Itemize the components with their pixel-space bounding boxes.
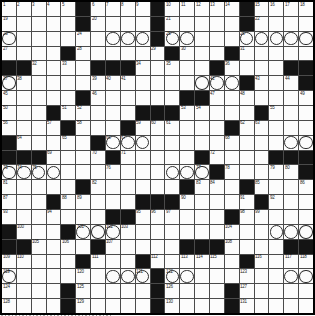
cell-12-18[interactable]: [255, 165, 269, 179]
cell-20-20[interactable]: [284, 284, 298, 298]
cell-13-4[interactable]: [47, 180, 61, 194]
cell-12-11[interactable]: [151, 165, 165, 179]
cell-4-3[interactable]: [32, 47, 46, 61]
cell-13-10[interactable]: [136, 180, 150, 194]
cell-12-9[interactable]: [121, 165, 135, 179]
cell-5-11[interactable]: [151, 61, 165, 75]
cell-18-21[interactable]: 118: [299, 255, 313, 269]
cell-14-7[interactable]: [91, 195, 105, 209]
cell-12-14[interactable]: 77: [195, 165, 209, 179]
cell-1-4[interactable]: 4: [47, 2, 61, 16]
cell-4-8[interactable]: [106, 47, 120, 61]
cell-10-9[interactable]: 67: [121, 136, 135, 150]
cell-21-8[interactable]: [106, 299, 120, 313]
cell-13-1[interactable]: 81: [2, 180, 16, 194]
cell-10-12[interactable]: [165, 136, 179, 150]
cell-14-17[interactable]: 91: [240, 195, 254, 209]
cell-17-6[interactable]: [76, 240, 90, 254]
cell-10-13[interactable]: [180, 136, 194, 150]
cell-19-20[interactable]: [284, 269, 298, 283]
cell-10-14[interactable]: [195, 136, 209, 150]
cell-17-18[interactable]: [255, 240, 269, 254]
cell-9-14[interactable]: [195, 121, 209, 135]
cell-6-4[interactable]: [47, 76, 61, 90]
cell-4-1[interactable]: 27: [2, 47, 16, 61]
cell-10-8[interactable]: 66: [106, 136, 120, 150]
cell-21-10[interactable]: [136, 299, 150, 313]
cell-17-8[interactable]: 107: [106, 240, 120, 254]
cell-9-4[interactable]: 57: [47, 121, 61, 135]
cell-10-4[interactable]: [47, 136, 61, 150]
cell-21-3[interactable]: [32, 299, 46, 313]
cell-15-10[interactable]: 95: [136, 210, 150, 224]
cell-9-7[interactable]: [91, 121, 105, 135]
cell-14-16[interactable]: [225, 195, 239, 209]
cell-18-5[interactable]: [61, 255, 75, 269]
cell-6-20[interactable]: 44: [284, 76, 298, 90]
cell-12-20[interactable]: 80: [284, 165, 298, 179]
cell-21-20[interactable]: [284, 299, 298, 313]
cell-5-12[interactable]: 35: [165, 61, 179, 75]
cell-8-1[interactable]: 50: [2, 106, 16, 120]
cell-9-21[interactable]: [299, 121, 313, 135]
cell-19-2[interactable]: [17, 269, 31, 283]
cell-8-21[interactable]: [299, 106, 313, 120]
cell-3-2[interactable]: [17, 32, 31, 46]
cell-20-2[interactable]: [17, 284, 31, 298]
cell-20-12[interactable]: 126: [165, 284, 179, 298]
cell-6-12[interactable]: [165, 76, 179, 90]
cell-16-9[interactable]: 103: [121, 225, 135, 239]
cell-3-12[interactable]: 25: [165, 32, 179, 46]
cell-9-13[interactable]: [180, 121, 194, 135]
cell-13-16[interactable]: [225, 180, 239, 194]
cell-1-13[interactable]: 11: [180, 2, 194, 16]
cell-19-1[interactable]: 119: [2, 269, 16, 283]
cell-9-11[interactable]: 60: [151, 121, 165, 135]
cell-8-7[interactable]: [91, 106, 105, 120]
cell-14-14[interactable]: [195, 195, 209, 209]
cell-12-16[interactable]: 78: [225, 165, 239, 179]
cell-18-18[interactable]: 116: [255, 255, 269, 269]
cell-20-1[interactable]: 124: [2, 284, 16, 298]
cell-9-15[interactable]: [210, 121, 224, 135]
cell-10-15[interactable]: [210, 136, 224, 150]
cell-2-10[interactable]: [136, 17, 150, 31]
cell-11-9[interactable]: 71: [121, 151, 135, 165]
cell-6-1[interactable]: 37: [2, 76, 16, 90]
cell-8-9[interactable]: [121, 106, 135, 120]
cell-20-7[interactable]: [91, 284, 105, 298]
cell-1-10[interactable]: 9: [136, 2, 150, 16]
cell-8-5[interactable]: 51: [61, 106, 75, 120]
cell-9-1[interactable]: 56: [2, 121, 16, 135]
cell-16-12[interactable]: [165, 225, 179, 239]
cell-3-18[interactable]: [255, 32, 269, 46]
cell-7-3[interactable]: [32, 91, 46, 105]
cell-13-5[interactable]: [61, 180, 75, 194]
cell-5-19[interactable]: [269, 61, 283, 75]
cell-5-18[interactable]: [255, 61, 269, 75]
cell-13-2[interactable]: [17, 180, 31, 194]
cell-12-2[interactable]: 74: [17, 165, 31, 179]
cell-14-6[interactable]: 89: [76, 195, 90, 209]
cell-18-15[interactable]: 115: [210, 255, 224, 269]
cell-19-7[interactable]: [91, 269, 105, 283]
cell-8-2[interactable]: [17, 106, 31, 120]
cell-9-17[interactable]: 62: [240, 121, 254, 135]
cell-8-15[interactable]: [210, 106, 224, 120]
cell-11-16[interactable]: [225, 151, 239, 165]
cell-10-20[interactable]: [284, 136, 298, 150]
cell-21-1[interactable]: 128: [2, 299, 16, 313]
cell-11-5[interactable]: [61, 151, 75, 165]
cell-10-16[interactable]: 68: [225, 136, 239, 150]
cell-7-15[interactable]: 47: [210, 91, 224, 105]
cell-2-9[interactable]: [121, 17, 135, 31]
cell-5-16[interactable]: 36: [225, 61, 239, 75]
cell-7-21[interactable]: 49: [299, 91, 313, 105]
cell-14-1[interactable]: 87: [2, 195, 16, 209]
cell-2-12[interactable]: 21: [165, 17, 179, 31]
cell-20-9[interactable]: [121, 284, 135, 298]
cell-4-20[interactable]: [284, 47, 298, 61]
cell-9-3[interactable]: [32, 121, 46, 135]
cell-21-7[interactable]: [91, 299, 105, 313]
cell-1-5[interactable]: 5: [61, 2, 75, 16]
cell-14-3[interactable]: [32, 195, 46, 209]
cell-16-16[interactable]: 104: [225, 225, 239, 239]
cell-13-14[interactable]: 83: [195, 180, 209, 194]
cell-14-19[interactable]: 92: [269, 195, 283, 209]
cell-18-3[interactable]: [32, 255, 46, 269]
cell-7-10[interactable]: [136, 91, 150, 105]
cell-6-11[interactable]: [151, 76, 165, 90]
cell-18-8[interactable]: [106, 255, 120, 269]
cell-18-7[interactable]: 111: [91, 255, 105, 269]
cell-10-6[interactable]: [76, 136, 90, 150]
cell-17-4[interactable]: [47, 240, 61, 254]
cell-21-15[interactable]: [210, 299, 224, 313]
cell-12-8[interactable]: 76: [106, 165, 120, 179]
cell-15-11[interactable]: 96: [151, 210, 165, 224]
cell-11-17[interactable]: [240, 151, 254, 165]
cell-4-10[interactable]: [136, 47, 150, 61]
cell-19-21[interactable]: [299, 269, 313, 283]
cell-18-19[interactable]: [269, 255, 283, 269]
cell-21-18[interactable]: [255, 299, 269, 313]
cell-4-19[interactable]: [269, 47, 283, 61]
cell-6-5[interactable]: [61, 76, 75, 90]
cell-16-13[interactable]: [180, 225, 194, 239]
cell-19-19[interactable]: [269, 269, 283, 283]
cell-11-10[interactable]: [136, 151, 150, 165]
cell-7-16[interactable]: [225, 91, 239, 105]
cell-5-17[interactable]: [240, 61, 254, 75]
cell-1-18[interactable]: 15: [255, 2, 269, 16]
cell-5-10[interactable]: 34: [136, 61, 150, 75]
cell-6-15[interactable]: 42: [210, 76, 224, 90]
cell-1-16[interactable]: 14: [225, 2, 239, 16]
cell-14-15[interactable]: [210, 195, 224, 209]
cell-16-20[interactable]: [284, 225, 298, 239]
cell-2-3[interactable]: [32, 17, 46, 31]
cell-20-21[interactable]: [299, 284, 313, 298]
cell-19-6[interactable]: 120: [76, 269, 90, 283]
cell-5-3[interactable]: 32: [32, 61, 46, 75]
cell-15-21[interactable]: [299, 210, 313, 224]
cell-10-18[interactable]: [255, 136, 269, 150]
cell-19-17[interactable]: 123: [240, 269, 254, 283]
cell-17-9[interactable]: [121, 240, 135, 254]
cell-15-6[interactable]: [76, 210, 90, 224]
cell-15-7[interactable]: [91, 210, 105, 224]
cell-7-2[interactable]: [17, 91, 31, 105]
cell-6-3[interactable]: [32, 76, 46, 90]
cell-4-14[interactable]: [195, 47, 209, 61]
cell-9-10[interactable]: 59: [136, 121, 150, 135]
cell-20-6[interactable]: 125: [76, 284, 90, 298]
cell-2-14[interactable]: [195, 17, 209, 31]
cell-7-5[interactable]: [61, 91, 75, 105]
cell-8-14[interactable]: 54: [195, 106, 209, 120]
cell-2-2[interactable]: [17, 17, 31, 31]
cell-10-2[interactable]: 64: [17, 136, 31, 150]
cell-6-9[interactable]: 41: [121, 76, 135, 90]
cell-20-4[interactable]: [47, 284, 61, 298]
cell-3-3[interactable]: [32, 32, 46, 46]
cell-11-13[interactable]: [180, 151, 194, 165]
cell-13-18[interactable]: 85: [255, 180, 269, 194]
cell-11-15[interactable]: 72: [210, 151, 224, 165]
cell-3-21[interactable]: [299, 32, 313, 46]
cell-21-13[interactable]: [180, 299, 194, 313]
cell-2-7[interactable]: 20: [91, 17, 105, 31]
cell-18-14[interactable]: 114: [195, 255, 209, 269]
cell-12-7[interactable]: [91, 165, 105, 179]
cell-10-21[interactable]: [299, 136, 313, 150]
cell-16-4[interactable]: [47, 225, 61, 239]
cell-8-8[interactable]: [106, 106, 120, 120]
cell-13-8[interactable]: [106, 180, 120, 194]
cell-2-21[interactable]: [299, 17, 313, 31]
cell-7-11[interactable]: [151, 91, 165, 105]
cell-8-20[interactable]: [284, 106, 298, 120]
cell-15-14[interactable]: [195, 210, 209, 224]
cell-8-13[interactable]: 53: [180, 106, 194, 120]
cell-19-9[interactable]: [121, 269, 135, 283]
cell-16-6[interactable]: 101: [76, 225, 90, 239]
cell-14-5[interactable]: 88: [61, 195, 75, 209]
cell-17-11[interactable]: [151, 240, 165, 254]
cell-1-14[interactable]: 12: [195, 2, 209, 16]
cell-14-21[interactable]: [299, 195, 313, 209]
cell-5-14[interactable]: [195, 61, 209, 75]
cell-5-13[interactable]: [180, 61, 194, 75]
cell-1-20[interactable]: 17: [284, 2, 298, 16]
cell-19-10[interactable]: 121: [136, 269, 150, 283]
cell-20-3[interactable]: [32, 284, 46, 298]
cell-12-19[interactable]: 79: [269, 165, 283, 179]
cell-2-1[interactable]: 19: [2, 17, 16, 31]
cell-14-20[interactable]: [284, 195, 298, 209]
cell-18-1[interactable]: 109: [2, 255, 16, 269]
cell-18-16[interactable]: [225, 255, 239, 269]
cell-2-18[interactable]: 22: [255, 17, 269, 31]
cell-16-17[interactable]: [240, 225, 254, 239]
cell-6-14[interactable]: [195, 76, 209, 90]
cell-7-4[interactable]: [47, 91, 61, 105]
cell-4-15[interactable]: [210, 47, 224, 61]
cell-21-21[interactable]: [299, 299, 313, 313]
cell-15-4[interactable]: 94: [47, 210, 61, 224]
cell-21-17[interactable]: 131: [240, 299, 254, 313]
cell-4-2[interactable]: [17, 47, 31, 61]
cell-1-9[interactable]: 8: [121, 2, 135, 16]
cell-10-10[interactable]: [136, 136, 150, 150]
cell-11-11[interactable]: [151, 151, 165, 165]
cell-19-8[interactable]: [106, 269, 120, 283]
cell-21-14[interactable]: [195, 299, 209, 313]
cell-12-4[interactable]: [47, 165, 61, 179]
cell-11-18[interactable]: [255, 151, 269, 165]
cell-18-2[interactable]: 110: [17, 255, 31, 269]
cell-2-16[interactable]: [225, 17, 239, 31]
cell-4-7[interactable]: [91, 47, 105, 61]
cell-17-3[interactable]: 105: [32, 240, 46, 254]
cell-11-7[interactable]: 70: [91, 151, 105, 165]
cell-16-3[interactable]: [32, 225, 46, 239]
cell-8-19[interactable]: 55: [269, 106, 283, 120]
cell-3-6[interactable]: 24: [76, 32, 90, 46]
cell-20-17[interactable]: 127: [240, 284, 254, 298]
cell-16-8[interactable]: 102: [106, 225, 120, 239]
cell-15-13[interactable]: [180, 210, 194, 224]
cell-16-14[interactable]: [195, 225, 209, 239]
cell-4-17[interactable]: 31: [240, 47, 254, 61]
cell-9-19[interactable]: [269, 121, 283, 135]
cell-10-5[interactable]: 65: [61, 136, 75, 150]
cell-21-9[interactable]: [121, 299, 135, 313]
cell-3-10[interactable]: [136, 32, 150, 46]
cell-2-15[interactable]: [210, 17, 224, 31]
cell-6-2[interactable]: 38: [17, 76, 31, 90]
cell-16-2[interactable]: 100: [17, 225, 31, 239]
cell-20-19[interactable]: [269, 284, 283, 298]
cell-20-15[interactable]: [210, 284, 224, 298]
cell-9-12[interactable]: 61: [165, 121, 179, 135]
cell-20-18[interactable]: [255, 284, 269, 298]
cell-6-7[interactable]: 39: [91, 76, 105, 90]
cell-2-4[interactable]: [47, 17, 61, 31]
cell-1-3[interactable]: 3: [32, 2, 46, 16]
cell-14-13[interactable]: 90: [180, 195, 194, 209]
cell-10-19[interactable]: [269, 136, 283, 150]
cell-10-3[interactable]: [32, 136, 46, 150]
cell-11-12[interactable]: [165, 151, 179, 165]
cell-5-5[interactable]: 33: [61, 61, 75, 75]
cell-21-4[interactable]: [47, 299, 61, 313]
cell-12-3[interactable]: 75: [32, 165, 46, 179]
cell-10-11[interactable]: [151, 136, 165, 150]
cell-15-1[interactable]: 93: [2, 210, 16, 224]
cell-16-7[interactable]: [91, 225, 105, 239]
cell-15-12[interactable]: 97: [165, 210, 179, 224]
cell-15-17[interactable]: 98: [240, 210, 254, 224]
cell-17-10[interactable]: [136, 240, 150, 254]
cell-17-12[interactable]: [165, 240, 179, 254]
cell-14-8[interactable]: [106, 195, 120, 209]
cell-1-2[interactable]: 2: [17, 2, 31, 16]
cell-17-19[interactable]: [269, 240, 283, 254]
cell-6-8[interactable]: 40: [106, 76, 120, 90]
cell-1-21[interactable]: 18: [299, 2, 313, 16]
cell-6-13[interactable]: [180, 76, 194, 90]
cell-3-14[interactable]: [195, 32, 209, 46]
cell-2-19[interactable]: [269, 17, 283, 31]
cell-12-12[interactable]: [165, 165, 179, 179]
cell-21-6[interactable]: 129: [76, 299, 90, 313]
cell-7-9[interactable]: [121, 91, 135, 105]
cell-19-4[interactable]: [47, 269, 61, 283]
cell-4-21[interactable]: [299, 47, 313, 61]
cell-19-15[interactable]: [210, 269, 224, 283]
cell-3-7[interactable]: [91, 32, 105, 46]
cell-17-17[interactable]: [240, 240, 254, 254]
cell-19-3[interactable]: [32, 269, 46, 283]
cell-12-1[interactable]: 73: [2, 165, 16, 179]
cell-9-18[interactable]: 63: [255, 121, 269, 135]
cell-12-10[interactable]: [136, 165, 150, 179]
cell-7-19[interactable]: [269, 91, 283, 105]
cell-11-6[interactable]: [76, 151, 90, 165]
cell-1-8[interactable]: 7: [106, 2, 120, 16]
cell-6-18[interactable]: 43: [255, 76, 269, 90]
cell-7-18[interactable]: [255, 91, 269, 105]
cell-15-15[interactable]: [210, 210, 224, 224]
cell-20-8[interactable]: [106, 284, 120, 298]
cell-16-18[interactable]: [255, 225, 269, 239]
cell-4-11[interactable]: 29: [151, 47, 165, 61]
cell-15-3[interactable]: [32, 210, 46, 224]
cell-20-14[interactable]: [195, 284, 209, 298]
cell-1-15[interactable]: 13: [210, 2, 224, 16]
cell-13-9[interactable]: [121, 180, 135, 194]
cell-13-3[interactable]: [32, 180, 46, 194]
cell-8-16[interactable]: [225, 106, 239, 120]
cell-3-1[interactable]: 23: [2, 32, 16, 46]
cell-4-6[interactable]: 28: [76, 47, 90, 61]
cell-7-12[interactable]: [165, 91, 179, 105]
cell-16-21[interactable]: [299, 225, 313, 239]
cell-15-18[interactable]: 99: [255, 210, 269, 224]
cell-7-1[interactable]: 45: [2, 91, 16, 105]
cell-2-5[interactable]: [61, 17, 75, 31]
cell-3-4[interactable]: [47, 32, 61, 46]
cell-13-15[interactable]: 84: [210, 180, 224, 194]
cell-18-13[interactable]: 113: [180, 255, 194, 269]
cell-3-8[interactable]: [106, 32, 120, 46]
cell-21-2[interactable]: [17, 299, 31, 313]
cell-1-1[interactable]: 1: [2, 2, 16, 16]
cell-9-2[interactable]: [17, 121, 31, 135]
cell-16-19[interactable]: [269, 225, 283, 239]
cell-19-12[interactable]: 122: [165, 269, 179, 283]
cell-19-16[interactable]: [225, 269, 239, 283]
cell-3-16[interactable]: [225, 32, 239, 46]
cell-15-19[interactable]: [269, 210, 283, 224]
cell-1-7[interactable]: 6: [91, 2, 105, 16]
